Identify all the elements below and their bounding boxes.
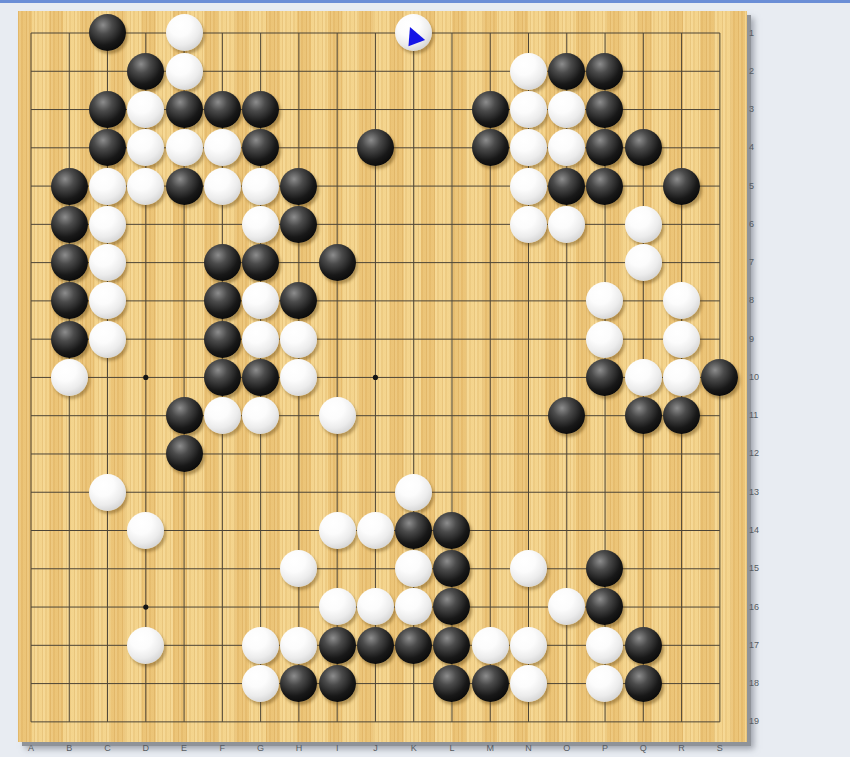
point-J12[interactable]: [356, 435, 394, 473]
point-G17[interactable]: [241, 626, 279, 664]
point-E13[interactable]: [165, 473, 203, 511]
point-P14[interactable]: [586, 511, 624, 549]
point-Q16[interactable]: [624, 588, 662, 626]
point-R14[interactable]: [662, 511, 700, 549]
point-P6[interactable]: [586, 205, 624, 243]
point-D5[interactable]: [127, 167, 165, 205]
point-N1[interactable]: [509, 14, 547, 52]
point-D6[interactable]: [127, 205, 165, 243]
point-H13[interactable]: [280, 473, 318, 511]
point-A9[interactable]: [12, 320, 50, 358]
point-D15[interactable]: [127, 550, 165, 588]
point-R5[interactable]: [662, 167, 700, 205]
point-B19[interactable]: [50, 703, 88, 741]
point-O6[interactable]: [548, 205, 586, 243]
point-P7[interactable]: [586, 243, 624, 281]
point-F13[interactable]: [203, 473, 241, 511]
point-E14[interactable]: [165, 511, 203, 549]
point-K7[interactable]: [395, 243, 433, 281]
point-R11[interactable]: [662, 397, 700, 435]
point-K16[interactable]: [395, 588, 433, 626]
point-M12[interactable]: [471, 435, 509, 473]
point-Q11[interactable]: [624, 397, 662, 435]
point-P18[interactable]: [586, 664, 624, 702]
point-O12[interactable]: [548, 435, 586, 473]
point-J8[interactable]: [356, 282, 394, 320]
point-C9[interactable]: [88, 320, 126, 358]
point-H2[interactable]: [280, 52, 318, 90]
point-J4[interactable]: [356, 129, 394, 167]
point-E10[interactable]: [165, 358, 203, 396]
point-O3[interactable]: [548, 90, 586, 128]
point-D7[interactable]: [127, 243, 165, 281]
point-S14[interactable]: [701, 511, 739, 549]
point-O18[interactable]: [548, 664, 586, 702]
point-P13[interactable]: [586, 473, 624, 511]
point-R17[interactable]: [662, 626, 700, 664]
point-C8[interactable]: [88, 282, 126, 320]
point-F3[interactable]: [203, 90, 241, 128]
point-F11[interactable]: [203, 397, 241, 435]
point-D14[interactable]: [127, 511, 165, 549]
point-Q5[interactable]: [624, 167, 662, 205]
point-M1[interactable]: [471, 14, 509, 52]
point-S16[interactable]: [701, 588, 739, 626]
point-I6[interactable]: [318, 205, 356, 243]
point-O14[interactable]: [548, 511, 586, 549]
point-L14[interactable]: [433, 511, 471, 549]
point-J19[interactable]: [356, 703, 394, 741]
point-H18[interactable]: [280, 664, 318, 702]
point-O5[interactable]: [548, 167, 586, 205]
point-C14[interactable]: [88, 511, 126, 549]
point-O13[interactable]: [548, 473, 586, 511]
point-I16[interactable]: [318, 588, 356, 626]
point-E17[interactable]: [165, 626, 203, 664]
point-N6[interactable]: [509, 205, 547, 243]
point-P1[interactable]: [586, 14, 624, 52]
point-R8[interactable]: [662, 282, 700, 320]
point-P8[interactable]: [586, 282, 624, 320]
point-H8[interactable]: [280, 282, 318, 320]
point-B18[interactable]: [50, 664, 88, 702]
point-J6[interactable]: [356, 205, 394, 243]
point-J5[interactable]: [356, 167, 394, 205]
point-A3[interactable]: [12, 90, 50, 128]
point-O11[interactable]: [548, 397, 586, 435]
point-O8[interactable]: [548, 282, 586, 320]
point-S11[interactable]: [701, 397, 739, 435]
point-L12[interactable]: [433, 435, 471, 473]
point-F2[interactable]: [203, 52, 241, 90]
point-N14[interactable]: [509, 511, 547, 549]
point-Q3[interactable]: [624, 90, 662, 128]
point-B15[interactable]: [50, 550, 88, 588]
point-L15[interactable]: [433, 550, 471, 588]
point-Q10[interactable]: [624, 358, 662, 396]
point-A5[interactable]: [12, 167, 50, 205]
point-K11[interactable]: [395, 397, 433, 435]
point-F15[interactable]: [203, 550, 241, 588]
point-Q6[interactable]: [624, 205, 662, 243]
point-M4[interactable]: [471, 129, 509, 167]
point-L5[interactable]: [433, 167, 471, 205]
point-N13[interactable]: [509, 473, 547, 511]
point-C12[interactable]: [88, 435, 126, 473]
point-H6[interactable]: [280, 205, 318, 243]
point-N9[interactable]: [509, 320, 547, 358]
point-S15[interactable]: [701, 550, 739, 588]
point-G10[interactable]: [241, 358, 279, 396]
point-J3[interactable]: [356, 90, 394, 128]
point-D1[interactable]: [127, 14, 165, 52]
point-B14[interactable]: [50, 511, 88, 549]
point-S5[interactable]: [701, 167, 739, 205]
point-J11[interactable]: [356, 397, 394, 435]
point-K14[interactable]: [395, 511, 433, 549]
point-L13[interactable]: [433, 473, 471, 511]
point-M13[interactable]: [471, 473, 509, 511]
point-M19[interactable]: [471, 703, 509, 741]
point-K8[interactable]: [395, 282, 433, 320]
point-M11[interactable]: [471, 397, 509, 435]
point-P15[interactable]: [586, 550, 624, 588]
point-L10[interactable]: [433, 358, 471, 396]
point-G5[interactable]: [241, 167, 279, 205]
point-M10[interactable]: [471, 358, 509, 396]
point-N4[interactable]: [509, 129, 547, 167]
point-B4[interactable]: [50, 129, 88, 167]
point-A1[interactable]: [12, 14, 50, 52]
point-S18[interactable]: [701, 664, 739, 702]
point-H11[interactable]: [280, 397, 318, 435]
point-M16[interactable]: [471, 588, 509, 626]
point-M7[interactable]: [471, 243, 509, 281]
point-Q14[interactable]: [624, 511, 662, 549]
point-C15[interactable]: [88, 550, 126, 588]
point-M3[interactable]: [471, 90, 509, 128]
point-O1[interactable]: [548, 14, 586, 52]
point-M14[interactable]: [471, 511, 509, 549]
point-O9[interactable]: [548, 320, 586, 358]
point-L9[interactable]: [433, 320, 471, 358]
point-L1[interactable]: [433, 14, 471, 52]
point-G1[interactable]: [241, 14, 279, 52]
point-N19[interactable]: [509, 703, 547, 741]
point-G8[interactable]: [241, 282, 279, 320]
point-G16[interactable]: [241, 588, 279, 626]
point-Q1[interactable]: [624, 14, 662, 52]
point-I2[interactable]: [318, 52, 356, 90]
point-H1[interactable]: [280, 14, 318, 52]
point-E16[interactable]: [165, 588, 203, 626]
point-F7[interactable]: [203, 243, 241, 281]
point-F1[interactable]: [203, 14, 241, 52]
point-F6[interactable]: [203, 205, 241, 243]
point-S7[interactable]: [701, 243, 739, 281]
point-N2[interactable]: [509, 52, 547, 90]
point-Q7[interactable]: [624, 243, 662, 281]
point-P10[interactable]: [586, 358, 624, 396]
point-B9[interactable]: [50, 320, 88, 358]
point-I9[interactable]: [318, 320, 356, 358]
point-S4[interactable]: [701, 129, 739, 167]
point-B17[interactable]: [50, 626, 88, 664]
point-R7[interactable]: [662, 243, 700, 281]
point-K17[interactable]: [395, 626, 433, 664]
point-E2[interactable]: [165, 52, 203, 90]
point-J1[interactable]: [356, 14, 394, 52]
point-E15[interactable]: [165, 550, 203, 588]
point-A12[interactable]: [12, 435, 50, 473]
point-O17[interactable]: [548, 626, 586, 664]
point-R12[interactable]: [662, 435, 700, 473]
point-F8[interactable]: [203, 282, 241, 320]
point-J17[interactable]: [356, 626, 394, 664]
point-D3[interactable]: [127, 90, 165, 128]
point-M17[interactable]: [471, 626, 509, 664]
point-H9[interactable]: [280, 320, 318, 358]
point-I8[interactable]: [318, 282, 356, 320]
point-B11[interactable]: [50, 397, 88, 435]
point-R9[interactable]: [662, 320, 700, 358]
point-Q4[interactable]: [624, 129, 662, 167]
point-I15[interactable]: [318, 550, 356, 588]
point-G19[interactable]: [241, 703, 279, 741]
point-N18[interactable]: [509, 664, 547, 702]
point-O15[interactable]: [548, 550, 586, 588]
point-P4[interactable]: [586, 129, 624, 167]
point-Q18[interactable]: [624, 664, 662, 702]
point-L8[interactable]: [433, 282, 471, 320]
point-E7[interactable]: [165, 243, 203, 281]
point-I10[interactable]: [318, 358, 356, 396]
point-H14[interactable]: [280, 511, 318, 549]
point-C10[interactable]: [88, 358, 126, 396]
point-L16[interactable]: [433, 588, 471, 626]
point-E8[interactable]: [165, 282, 203, 320]
point-P16[interactable]: [586, 588, 624, 626]
point-E4[interactable]: [165, 129, 203, 167]
point-N3[interactable]: [509, 90, 547, 128]
point-I18[interactable]: [318, 664, 356, 702]
point-K19[interactable]: [395, 703, 433, 741]
point-K6[interactable]: [395, 205, 433, 243]
point-H3[interactable]: [280, 90, 318, 128]
point-C3[interactable]: [88, 90, 126, 128]
point-S2[interactable]: [701, 52, 739, 90]
point-H12[interactable]: [280, 435, 318, 473]
point-F16[interactable]: [203, 588, 241, 626]
point-I11[interactable]: [318, 397, 356, 435]
point-R2[interactable]: [662, 52, 700, 90]
point-L17[interactable]: [433, 626, 471, 664]
point-K5[interactable]: [395, 167, 433, 205]
point-A18[interactable]: [12, 664, 50, 702]
point-L3[interactable]: [433, 90, 471, 128]
point-K15[interactable]: [395, 550, 433, 588]
point-B5[interactable]: [50, 167, 88, 205]
point-B3[interactable]: [50, 90, 88, 128]
point-L11[interactable]: [433, 397, 471, 435]
point-H5[interactable]: [280, 167, 318, 205]
point-G11[interactable]: [241, 397, 279, 435]
point-O19[interactable]: [548, 703, 586, 741]
point-G2[interactable]: [241, 52, 279, 90]
point-I4[interactable]: [318, 129, 356, 167]
point-R10[interactable]: [662, 358, 700, 396]
point-K18[interactable]: [395, 664, 433, 702]
point-B8[interactable]: [50, 282, 88, 320]
point-I17[interactable]: [318, 626, 356, 664]
point-C1[interactable]: [88, 14, 126, 52]
point-J9[interactable]: [356, 320, 394, 358]
point-L4[interactable]: [433, 129, 471, 167]
point-A6[interactable]: [12, 205, 50, 243]
point-S10[interactable]: [701, 358, 739, 396]
point-D18[interactable]: [127, 664, 165, 702]
point-D13[interactable]: [127, 473, 165, 511]
point-B7[interactable]: [50, 243, 88, 281]
point-L18[interactable]: [433, 664, 471, 702]
point-H17[interactable]: [280, 626, 318, 664]
point-J7[interactable]: [356, 243, 394, 281]
point-J2[interactable]: [356, 52, 394, 90]
point-K13[interactable]: [395, 473, 433, 511]
point-S12[interactable]: [701, 435, 739, 473]
point-N15[interactable]: [509, 550, 547, 588]
point-N17[interactable]: [509, 626, 547, 664]
point-I12[interactable]: [318, 435, 356, 473]
point-A14[interactable]: [12, 511, 50, 549]
point-S9[interactable]: [701, 320, 739, 358]
point-A16[interactable]: [12, 588, 50, 626]
point-R3[interactable]: [662, 90, 700, 128]
point-E19[interactable]: [165, 703, 203, 741]
point-G14[interactable]: [241, 511, 279, 549]
point-R13[interactable]: [662, 473, 700, 511]
point-K1[interactable]: [395, 14, 433, 52]
point-F10[interactable]: [203, 358, 241, 396]
point-B10[interactable]: [50, 358, 88, 396]
point-C16[interactable]: [88, 588, 126, 626]
point-S8[interactable]: [701, 282, 739, 320]
point-K10[interactable]: [395, 358, 433, 396]
point-A17[interactable]: [12, 626, 50, 664]
point-M8[interactable]: [471, 282, 509, 320]
point-O7[interactable]: [548, 243, 586, 281]
point-G3[interactable]: [241, 90, 279, 128]
point-Q15[interactable]: [624, 550, 662, 588]
point-N8[interactable]: [509, 282, 547, 320]
point-M15[interactable]: [471, 550, 509, 588]
point-I1[interactable]: [318, 14, 356, 52]
point-D12[interactable]: [127, 435, 165, 473]
point-G4[interactable]: [241, 129, 279, 167]
point-G12[interactable]: [241, 435, 279, 473]
point-A4[interactable]: [12, 129, 50, 167]
point-N12[interactable]: [509, 435, 547, 473]
point-D17[interactable]: [127, 626, 165, 664]
point-A13[interactable]: [12, 473, 50, 511]
point-P12[interactable]: [586, 435, 624, 473]
point-C18[interactable]: [88, 664, 126, 702]
point-H15[interactable]: [280, 550, 318, 588]
point-Q9[interactable]: [624, 320, 662, 358]
point-B2[interactable]: [50, 52, 88, 90]
point-O2[interactable]: [548, 52, 586, 90]
point-C6[interactable]: [88, 205, 126, 243]
point-S17[interactable]: [701, 626, 739, 664]
point-B6[interactable]: [50, 205, 88, 243]
point-D19[interactable]: [127, 703, 165, 741]
point-G15[interactable]: [241, 550, 279, 588]
point-F9[interactable]: [203, 320, 241, 358]
point-A15[interactable]: [12, 550, 50, 588]
point-K3[interactable]: [395, 90, 433, 128]
point-Q17[interactable]: [624, 626, 662, 664]
point-C4[interactable]: [88, 129, 126, 167]
point-J18[interactable]: [356, 664, 394, 702]
point-D10[interactable]: [127, 358, 165, 396]
point-A8[interactable]: [12, 282, 50, 320]
point-F14[interactable]: [203, 511, 241, 549]
point-H10[interactable]: [280, 358, 318, 396]
point-P9[interactable]: [586, 320, 624, 358]
point-P19[interactable]: [586, 703, 624, 741]
point-I19[interactable]: [318, 703, 356, 741]
point-B13[interactable]: [50, 473, 88, 511]
point-O10[interactable]: [548, 358, 586, 396]
point-L7[interactable]: [433, 243, 471, 281]
point-K2[interactable]: [395, 52, 433, 90]
point-D8[interactable]: [127, 282, 165, 320]
point-R6[interactable]: [662, 205, 700, 243]
point-G7[interactable]: [241, 243, 279, 281]
point-E11[interactable]: [165, 397, 203, 435]
point-L6[interactable]: [433, 205, 471, 243]
point-M18[interactable]: [471, 664, 509, 702]
point-M9[interactable]: [471, 320, 509, 358]
point-F19[interactable]: [203, 703, 241, 741]
point-G9[interactable]: [241, 320, 279, 358]
point-M2[interactable]: [471, 52, 509, 90]
point-N11[interactable]: [509, 397, 547, 435]
point-F12[interactable]: [203, 435, 241, 473]
point-H4[interactable]: [280, 129, 318, 167]
point-B16[interactable]: [50, 588, 88, 626]
point-K4[interactable]: [395, 129, 433, 167]
point-O16[interactable]: [548, 588, 586, 626]
point-I7[interactable]: [318, 243, 356, 281]
point-C2[interactable]: [88, 52, 126, 90]
point-E18[interactable]: [165, 664, 203, 702]
point-A19[interactable]: [12, 703, 50, 741]
point-F5[interactable]: [203, 167, 241, 205]
point-R4[interactable]: [662, 129, 700, 167]
point-A11[interactable]: [12, 397, 50, 435]
point-P11[interactable]: [586, 397, 624, 435]
point-E1[interactable]: [165, 14, 203, 52]
point-H19[interactable]: [280, 703, 318, 741]
point-M5[interactable]: [471, 167, 509, 205]
point-E6[interactable]: [165, 205, 203, 243]
point-E9[interactable]: [165, 320, 203, 358]
point-J13[interactable]: [356, 473, 394, 511]
point-G18[interactable]: [241, 664, 279, 702]
point-K12[interactable]: [395, 435, 433, 473]
point-L19[interactable]: [433, 703, 471, 741]
